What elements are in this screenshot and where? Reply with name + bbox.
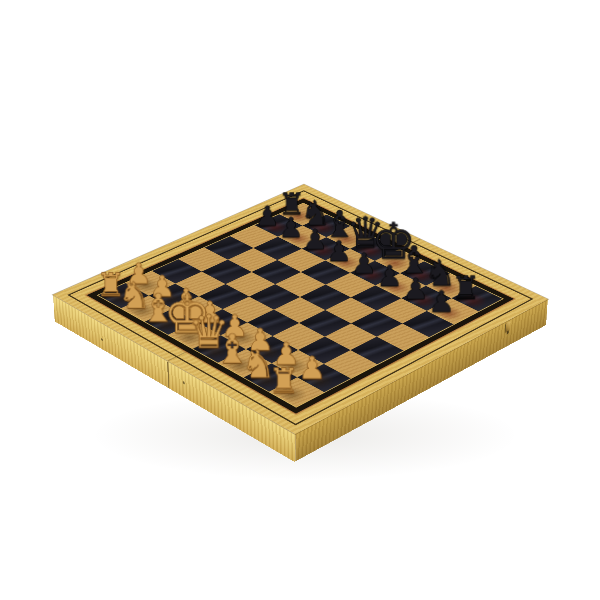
nail-pin <box>101 337 103 341</box>
brass-clasp-icon <box>505 321 510 333</box>
product-photo: ♜♞♝♛♚♝♞♜♟♟♟♟♟♟♟♟♟♟♟♟♟♟♟♟♜♞♝♚♛♝♞♜ <box>0 0 600 600</box>
nail-pin <box>183 381 185 385</box>
square-h4 <box>351 337 404 364</box>
board-box-top: ♜♞♝♛♚♝♞♜♟♟♟♟♟♟♟♟♟♟♟♟♟♟♟♟♜♞♝♚♛♝♞♜ <box>53 184 548 434</box>
chess-board: ♜♞♝♛♚♝♞♜♟♟♟♟♟♟♟♟♟♟♟♟♟♟♟♟♜♞♝♚♛♝♞♜ <box>53 184 548 434</box>
piece-black-pawn: ♟ <box>424 287 460 316</box>
box-hinge-seam <box>167 361 169 388</box>
piece-white-rook: ♜ <box>265 364 304 399</box>
squares-frame: ♜♞♝♛♚♝♞♜♟♟♟♟♟♟♟♟♟♟♟♟♟♟♟♟♜♞♝♚♛♝♞♜ <box>87 199 514 414</box>
